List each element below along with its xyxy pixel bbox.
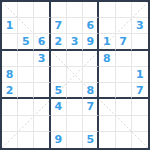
- cell-r1c4[interactable]: [51, 2, 67, 18]
- cell-r3c4[interactable]: 2: [51, 34, 67, 50]
- cell-r9c1[interactable]: [2, 132, 18, 148]
- cell-r5c2[interactable]: [18, 67, 34, 83]
- cell-r4c4[interactable]: [51, 51, 67, 67]
- cell-r3c5[interactable]: 3: [67, 34, 83, 50]
- cell-r1c3[interactable]: [34, 2, 50, 18]
- cell-r9c8[interactable]: [116, 132, 132, 148]
- cell-r7c6[interactable]: 7: [83, 99, 99, 115]
- cell-r8c2[interactable]: [18, 116, 34, 132]
- cell-r8c9[interactable]: [132, 116, 148, 132]
- cell-r9c3[interactable]: [34, 132, 50, 148]
- cell-r2c8[interactable]: [116, 18, 132, 34]
- cell-r9c5[interactable]: [67, 132, 83, 148]
- cell-r4c5[interactable]: [67, 51, 83, 67]
- cell-r9c9[interactable]: [132, 132, 148, 148]
- cell-r6c1[interactable]: 2: [2, 83, 18, 99]
- cell-r2c4[interactable]: 7: [51, 18, 67, 34]
- cell-r1c5[interactable]: [67, 2, 83, 18]
- cell-r7c3[interactable]: [34, 99, 50, 115]
- cell-r8c1[interactable]: [2, 116, 18, 132]
- cell-r5c1[interactable]: 8: [2, 67, 18, 83]
- cell-r2c5[interactable]: [67, 18, 83, 34]
- cell-r2c1[interactable]: 1: [2, 18, 18, 34]
- cell-r1c2[interactable]: [18, 2, 34, 18]
- cell-r1c1[interactable]: [2, 2, 18, 18]
- cell-r1c7[interactable]: [99, 2, 115, 18]
- cell-r5c9[interactable]: 1: [132, 67, 148, 83]
- cell-r7c2[interactable]: [18, 99, 34, 115]
- sudoku-grid: 17635623917388125874795: [2, 2, 148, 148]
- cell-r3c9[interactable]: [132, 34, 148, 50]
- cell-r8c7[interactable]: [99, 116, 115, 132]
- cell-r4c2[interactable]: [18, 51, 34, 67]
- cell-r6c7[interactable]: [99, 83, 115, 99]
- cell-r7c1[interactable]: [2, 99, 18, 115]
- cell-r8c4[interactable]: [51, 116, 67, 132]
- cell-r4c8[interactable]: [116, 51, 132, 67]
- cell-r4c3[interactable]: 3: [34, 51, 50, 67]
- cell-r4c1[interactable]: [2, 51, 18, 67]
- cell-r5c3[interactable]: [34, 67, 50, 83]
- cell-r3c7[interactable]: 1: [99, 34, 115, 50]
- cell-r2c7[interactable]: [99, 18, 115, 34]
- cell-r8c5[interactable]: [67, 116, 83, 132]
- sudoku-board: 17635623917388125874795: [0, 0, 150, 150]
- cell-r9c7[interactable]: [99, 132, 115, 148]
- cell-r6c4[interactable]: 5: [51, 83, 67, 99]
- cell-r2c6[interactable]: 6: [83, 18, 99, 34]
- cell-r6c3[interactable]: [34, 83, 50, 99]
- cell-r6c5[interactable]: [67, 83, 83, 99]
- cell-r4c6[interactable]: [83, 51, 99, 67]
- cell-r3c2[interactable]: 5: [18, 34, 34, 50]
- cell-r8c6[interactable]: [83, 116, 99, 132]
- cell-r3c1[interactable]: [2, 34, 18, 50]
- cell-r9c2[interactable]: [18, 132, 34, 148]
- cell-r7c9[interactable]: [132, 99, 148, 115]
- cell-r7c4[interactable]: 4: [51, 99, 67, 115]
- cell-r7c8[interactable]: [116, 99, 132, 115]
- cell-r5c5[interactable]: [67, 67, 83, 83]
- cell-r3c8[interactable]: 7: [116, 34, 132, 50]
- cell-r7c7[interactable]: [99, 99, 115, 115]
- cell-r6c6[interactable]: 8: [83, 83, 99, 99]
- cell-r1c6[interactable]: [83, 2, 99, 18]
- cell-r9c4[interactable]: 9: [51, 132, 67, 148]
- cell-r9c6[interactable]: 5: [83, 132, 99, 148]
- cell-r5c8[interactable]: [116, 67, 132, 83]
- cell-r2c9[interactable]: 3: [132, 18, 148, 34]
- cell-r2c3[interactable]: [34, 18, 50, 34]
- cell-r1c8[interactable]: [116, 2, 132, 18]
- cell-r6c8[interactable]: [116, 83, 132, 99]
- cell-r6c9[interactable]: 7: [132, 83, 148, 99]
- cell-r4c7[interactable]: 8: [99, 51, 115, 67]
- cell-r3c3[interactable]: 6: [34, 34, 50, 50]
- cell-r5c4[interactable]: [51, 67, 67, 83]
- cell-r7c5[interactable]: [67, 99, 83, 115]
- cell-r2c2[interactable]: [18, 18, 34, 34]
- cell-r5c7[interactable]: [99, 67, 115, 83]
- cell-r1c9[interactable]: [132, 2, 148, 18]
- cell-r8c3[interactable]: [34, 116, 50, 132]
- cell-r3c6[interactable]: 9: [83, 34, 99, 50]
- cell-r4c9[interactable]: [132, 51, 148, 67]
- cell-r5c6[interactable]: [83, 67, 99, 83]
- cell-r6c2[interactable]: [18, 83, 34, 99]
- cell-r8c8[interactable]: [116, 116, 132, 132]
